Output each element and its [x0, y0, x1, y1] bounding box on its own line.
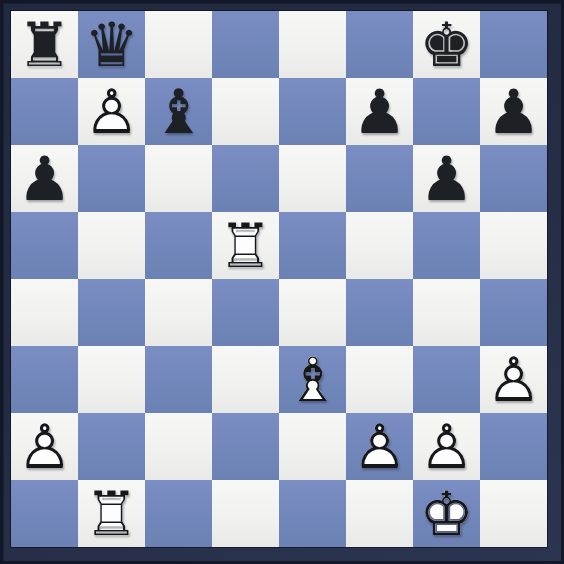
square-c7[interactable]: ♝ [145, 78, 212, 145]
square-e1[interactable] [279, 480, 346, 547]
black-bishop-glyph: ♝ [145, 78, 212, 145]
square-f2[interactable]: ♟♙ [346, 413, 413, 480]
square-a1[interactable] [11, 480, 78, 547]
piece-black-pawn[interactable]: ♟ [11, 145, 78, 212]
square-d3[interactable] [212, 346, 279, 413]
square-g6[interactable]: ♟ [413, 145, 480, 212]
black-pawn-glyph: ♟ [480, 78, 547, 145]
square-a6[interactable]: ♟ [11, 145, 78, 212]
square-h8[interactable] [480, 11, 547, 78]
square-b8[interactable]: ♛ [78, 11, 145, 78]
white-pawn-outline: ♙ [413, 413, 480, 480]
piece-white-rook[interactable]: ♜♖ [78, 480, 145, 547]
black-pawn-glyph: ♟ [346, 78, 413, 145]
square-f3[interactable] [346, 346, 413, 413]
square-b5[interactable] [78, 212, 145, 279]
square-d8[interactable] [212, 11, 279, 78]
piece-black-pawn[interactable]: ♟ [480, 78, 547, 145]
piece-black-queen[interactable]: ♛ [78, 11, 145, 78]
square-c8[interactable] [145, 11, 212, 78]
piece-white-pawn[interactable]: ♟♙ [346, 413, 413, 480]
square-e6[interactable] [279, 145, 346, 212]
square-a4[interactable] [11, 279, 78, 346]
piece-white-pawn[interactable]: ♟♙ [480, 346, 547, 413]
piece-black-pawn[interactable]: ♟ [413, 145, 480, 212]
square-d2[interactable] [212, 413, 279, 480]
square-f8[interactable] [346, 11, 413, 78]
white-pawn-outline: ♙ [78, 78, 145, 145]
square-f4[interactable] [346, 279, 413, 346]
piece-white-pawn[interactable]: ♟♙ [11, 413, 78, 480]
square-d6[interactable] [212, 145, 279, 212]
square-b1[interactable]: ♜♖ [78, 480, 145, 547]
chess-board: ♜♛♚♟♙♝♟♟♟♟♜♖♝♗♟♙♟♙♟♙♟♙♜♖♚♔ [11, 11, 547, 547]
black-pawn-glyph: ♟ [413, 145, 480, 212]
square-d4[interactable] [212, 279, 279, 346]
square-b7[interactable]: ♟♙ [78, 78, 145, 145]
square-g7[interactable] [413, 78, 480, 145]
square-h4[interactable] [480, 279, 547, 346]
square-a8[interactable]: ♜ [11, 11, 78, 78]
square-e2[interactable] [279, 413, 346, 480]
square-g1[interactable]: ♚♔ [413, 480, 480, 547]
square-g8[interactable]: ♚ [413, 11, 480, 78]
square-e4[interactable] [279, 279, 346, 346]
square-h2[interactable] [480, 413, 547, 480]
square-a3[interactable] [11, 346, 78, 413]
square-h5[interactable] [480, 212, 547, 279]
square-c1[interactable] [145, 480, 212, 547]
square-g2[interactable]: ♟♙ [413, 413, 480, 480]
piece-black-bishop[interactable]: ♝ [145, 78, 212, 145]
square-f1[interactable] [346, 480, 413, 547]
square-e7[interactable] [279, 78, 346, 145]
piece-white-pawn[interactable]: ♟♙ [78, 78, 145, 145]
square-e3[interactable]: ♝♗ [279, 346, 346, 413]
square-h3[interactable]: ♟♙ [480, 346, 547, 413]
square-d7[interactable] [212, 78, 279, 145]
piece-black-rook[interactable]: ♜ [11, 11, 78, 78]
piece-white-bishop[interactable]: ♝♗ [279, 346, 346, 413]
white-rook-outline: ♖ [212, 212, 279, 279]
square-c4[interactable] [145, 279, 212, 346]
square-e5[interactable] [279, 212, 346, 279]
square-b3[interactable] [78, 346, 145, 413]
square-g4[interactable] [413, 279, 480, 346]
piece-white-king[interactable]: ♚♔ [413, 480, 480, 547]
square-a5[interactable] [11, 212, 78, 279]
white-pawn-outline: ♙ [11, 413, 78, 480]
square-h7[interactable]: ♟ [480, 78, 547, 145]
square-d1[interactable] [212, 480, 279, 547]
square-h6[interactable] [480, 145, 547, 212]
square-d5[interactable]: ♜♖ [212, 212, 279, 279]
square-b6[interactable] [78, 145, 145, 212]
white-bishop-outline: ♗ [279, 346, 346, 413]
square-b2[interactable] [78, 413, 145, 480]
white-pawn-outline: ♙ [480, 346, 547, 413]
black-rook-glyph: ♜ [11, 11, 78, 78]
white-rook-outline: ♖ [78, 480, 145, 547]
square-c2[interactable] [145, 413, 212, 480]
square-a7[interactable] [11, 78, 78, 145]
piece-white-rook[interactable]: ♜♖ [212, 212, 279, 279]
square-h1[interactable] [480, 480, 547, 547]
square-c3[interactable] [145, 346, 212, 413]
black-pawn-glyph: ♟ [11, 145, 78, 212]
square-e8[interactable] [279, 11, 346, 78]
chess-board-frame: ♜♛♚♟♙♝♟♟♟♟♜♖♝♗♟♙♟♙♟♙♟♙♜♖♚♔ [0, 0, 564, 564]
square-f6[interactable] [346, 145, 413, 212]
white-pawn-outline: ♙ [346, 413, 413, 480]
square-a2[interactable]: ♟♙ [11, 413, 78, 480]
black-queen-glyph: ♛ [78, 11, 145, 78]
black-king-glyph: ♚ [413, 11, 480, 78]
piece-white-pawn[interactable]: ♟♙ [413, 413, 480, 480]
square-g3[interactable] [413, 346, 480, 413]
square-c6[interactable] [145, 145, 212, 212]
piece-black-pawn[interactable]: ♟ [346, 78, 413, 145]
square-f7[interactable]: ♟ [346, 78, 413, 145]
square-f5[interactable] [346, 212, 413, 279]
square-c5[interactable] [145, 212, 212, 279]
square-g5[interactable] [413, 212, 480, 279]
white-king-outline: ♔ [413, 480, 480, 547]
square-b4[interactable] [78, 279, 145, 346]
piece-black-king[interactable]: ♚ [413, 11, 480, 78]
